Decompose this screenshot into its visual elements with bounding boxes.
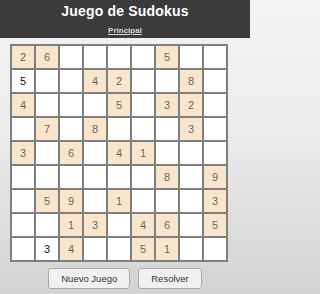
cell-r1c7[interactable]: 5 (156, 46, 180, 70)
cell-r3c1[interactable]: 4 (12, 94, 36, 118)
cell-r3c9[interactable] (204, 94, 228, 118)
cell-r8c2[interactable] (36, 214, 60, 238)
cell-r2c4[interactable]: 4 (84, 70, 108, 94)
cell-r4c9[interactable] (204, 118, 228, 142)
cell-r8c8[interactable] (180, 214, 204, 238)
cell-r1c4[interactable] (84, 46, 108, 70)
cell-r6c2[interactable] (36, 166, 60, 190)
cell-r7c2[interactable]: 5 (36, 190, 60, 214)
cell-r8c3[interactable]: 1 (60, 214, 84, 238)
cell-r2c2[interactable] (36, 70, 60, 94)
cell-r6c8[interactable] (180, 166, 204, 190)
cell-r3c8[interactable]: 2 (180, 94, 204, 118)
cell-r1c1[interactable]: 2 (12, 46, 36, 70)
cell-r1c2[interactable]: 6 (36, 46, 60, 70)
cell-r5c9[interactable] (204, 142, 228, 166)
cell-r1c5[interactable] (108, 46, 132, 70)
cell-r3c5[interactable]: 5 (108, 94, 132, 118)
cell-r4c5[interactable] (108, 118, 132, 142)
cell-r8c7[interactable]: 6 (156, 214, 180, 238)
cell-r9c5[interactable] (108, 238, 132, 262)
cell-r1c8[interactable] (180, 46, 204, 70)
cell-r7c4[interactable] (84, 190, 108, 214)
cell-r7c7[interactable] (156, 190, 180, 214)
cell-r7c8[interactable] (180, 190, 204, 214)
cell-r7c1[interactable] (12, 190, 36, 214)
cell-r7c3[interactable]: 9 (60, 190, 84, 214)
cell-r6c9[interactable]: 9 (204, 166, 228, 190)
cell-r9c4[interactable] (84, 238, 108, 262)
page-title: Juego de Sudokus (0, 3, 250, 19)
cell-r4c7[interactable] (156, 118, 180, 142)
cell-r4c6[interactable] (132, 118, 156, 142)
app-header: Juego de Sudokus Principal (0, 0, 250, 38)
cell-r2c8[interactable]: 8 (180, 70, 204, 94)
cell-r7c9[interactable]: 3 (204, 190, 228, 214)
cell-r9c6[interactable]: 5 (132, 238, 156, 262)
cell-r2c3[interactable] (60, 70, 84, 94)
cell-r5c3[interactable]: 6 (60, 142, 84, 166)
cell-r5c5[interactable]: 4 (108, 142, 132, 166)
cell-r8c6[interactable]: 4 (132, 214, 156, 238)
cell-r3c2[interactable] (36, 94, 60, 118)
cell-r5c2[interactable] (36, 142, 60, 166)
cell-r9c8[interactable] (180, 238, 204, 262)
cell-r1c6[interactable] (132, 46, 156, 70)
cell-r7c6[interactable] (132, 190, 156, 214)
cell-r9c9[interactable] (204, 238, 228, 262)
cell-r4c1[interactable] (12, 118, 36, 142)
cell-r5c1[interactable]: 3 (12, 142, 36, 166)
cell-r3c4[interactable] (84, 94, 108, 118)
cell-r2c9[interactable] (204, 70, 228, 94)
sudoku-board: 265542845327833641895913134653451 (10, 44, 228, 262)
cell-r5c6[interactable]: 1 (132, 142, 156, 166)
cell-r6c6[interactable] (132, 166, 156, 190)
cell-r2c7[interactable] (156, 70, 180, 94)
cell-r7c5[interactable]: 1 (108, 190, 132, 214)
cell-r3c7[interactable]: 3 (156, 94, 180, 118)
cell-r8c9[interactable]: 5 (204, 214, 228, 238)
cell-r1c9[interactable] (204, 46, 228, 70)
cell-r6c5[interactable] (108, 166, 132, 190)
principal-link[interactable]: Principal (108, 26, 142, 35)
cell-r6c4[interactable] (84, 166, 108, 190)
cell-r3c6[interactable] (132, 94, 156, 118)
cell-r4c4[interactable]: 8 (84, 118, 108, 142)
cell-r9c1[interactable] (12, 238, 36, 262)
cell-r4c2[interactable]: 7 (36, 118, 60, 142)
cell-r9c2[interactable]: 3 (36, 238, 60, 262)
cell-r9c7[interactable]: 1 (156, 238, 180, 262)
cell-r4c8[interactable]: 3 (180, 118, 204, 142)
cell-r3c3[interactable] (60, 94, 84, 118)
cell-r6c3[interactable] (60, 166, 84, 190)
cell-r8c5[interactable] (108, 214, 132, 238)
new-game-button[interactable]: Nuevo Juego (48, 268, 130, 289)
cell-r2c1[interactable]: 5 (12, 70, 36, 94)
cell-r5c7[interactable] (156, 142, 180, 166)
cell-r1c3[interactable] (60, 46, 84, 70)
cell-r2c5[interactable]: 2 (108, 70, 132, 94)
cell-r8c4[interactable]: 3 (84, 214, 108, 238)
button-row: Nuevo Juego Resolver (0, 268, 250, 289)
solve-button[interactable]: Resolver (138, 268, 202, 289)
cell-r5c8[interactable] (180, 142, 204, 166)
cell-r6c1[interactable] (12, 166, 36, 190)
cell-r6c7[interactable]: 8 (156, 166, 180, 190)
cell-r5c4[interactable] (84, 142, 108, 166)
cell-r8c1[interactable] (12, 214, 36, 238)
cell-r9c3[interactable]: 4 (60, 238, 84, 262)
cell-r2c6[interactable] (132, 70, 156, 94)
cell-r4c3[interactable] (60, 118, 84, 142)
